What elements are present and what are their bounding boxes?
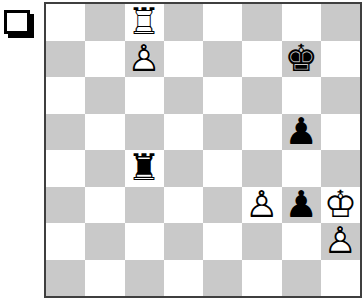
black-rook-glyph: ♜ — [128, 150, 161, 186]
square-b2[interactable] — [85, 223, 124, 260]
white-king-glyph: ♔ — [324, 187, 357, 223]
white-rook-glyph: ♖ — [128, 4, 161, 40]
square-h7[interactable] — [321, 41, 360, 78]
square-g4[interactable] — [282, 150, 321, 187]
white-to-move-icon — [4, 10, 30, 34]
black-pawn-glyph: ♟ — [285, 114, 318, 150]
square-a6[interactable] — [46, 77, 85, 114]
square-a1[interactable] — [46, 260, 85, 297]
square-f5[interactable] — [242, 114, 281, 151]
square-b7[interactable] — [85, 41, 124, 78]
square-f6[interactable] — [242, 77, 281, 114]
square-f3[interactable]: ♟♙ — [242, 187, 281, 224]
square-b8[interactable] — [85, 4, 124, 41]
square-d2[interactable] — [164, 223, 203, 260]
square-c1[interactable] — [125, 260, 164, 297]
square-d3[interactable] — [164, 187, 203, 224]
square-f8[interactable] — [242, 4, 281, 41]
square-c5[interactable] — [125, 114, 164, 151]
square-a2[interactable] — [46, 223, 85, 260]
square-d5[interactable] — [164, 114, 203, 151]
square-g5[interactable]: ♟ — [282, 114, 321, 151]
square-h6[interactable] — [321, 77, 360, 114]
white-pawn: ♟♙ — [242, 187, 281, 224]
square-h2[interactable]: ♟♙ — [321, 223, 360, 260]
square-d1[interactable] — [164, 260, 203, 297]
black-pawn-glyph: ♟ — [285, 187, 318, 223]
square-c7[interactable]: ♟♙ — [125, 41, 164, 78]
square-h1[interactable] — [321, 260, 360, 297]
square-c4[interactable]: ♜ — [125, 150, 164, 187]
white-pawn: ♟♙ — [125, 41, 164, 78]
square-d7[interactable] — [164, 41, 203, 78]
square-a5[interactable] — [46, 114, 85, 151]
black-king-glyph: ♚ — [285, 41, 318, 77]
square-b4[interactable] — [85, 150, 124, 187]
square-f7[interactable] — [242, 41, 281, 78]
square-c3[interactable] — [125, 187, 164, 224]
square-c2[interactable] — [125, 223, 164, 260]
square-h5[interactable] — [321, 114, 360, 151]
square-a7[interactable] — [46, 41, 85, 78]
square-d4[interactable] — [164, 150, 203, 187]
white-pawn: ♟♙ — [321, 223, 360, 260]
square-f1[interactable] — [242, 260, 281, 297]
square-e5[interactable] — [203, 114, 242, 151]
square-d8[interactable] — [164, 4, 203, 41]
chess-board: ♜♖♟♙♚♟♜♟♙♟♚♔♟♙ — [44, 2, 362, 298]
square-h8[interactable] — [321, 4, 360, 41]
square-c6[interactable] — [125, 77, 164, 114]
square-e6[interactable] — [203, 77, 242, 114]
square-f4[interactable] — [242, 150, 281, 187]
square-e2[interactable] — [203, 223, 242, 260]
square-g2[interactable] — [282, 223, 321, 260]
square-d6[interactable] — [164, 77, 203, 114]
square-e7[interactable] — [203, 41, 242, 78]
square-g8[interactable] — [282, 4, 321, 41]
square-b6[interactable] — [85, 77, 124, 114]
black-pawn: ♟ — [282, 187, 321, 224]
square-f2[interactable] — [242, 223, 281, 260]
square-c8[interactable]: ♜♖ — [125, 4, 164, 41]
white-pawn-glyph: ♙ — [128, 41, 161, 77]
white-pawn-glyph: ♙ — [245, 187, 278, 223]
black-king: ♚ — [282, 41, 321, 78]
square-e1[interactable] — [203, 260, 242, 297]
black-rook: ♜ — [125, 150, 164, 187]
square-e4[interactable] — [203, 150, 242, 187]
white-rook: ♜♖ — [125, 4, 164, 41]
square-e3[interactable] — [203, 187, 242, 224]
square-g7[interactable]: ♚ — [282, 41, 321, 78]
square-h4[interactable] — [321, 150, 360, 187]
square-a4[interactable] — [46, 150, 85, 187]
chess-diagram-page: ♜♖♟♙♚♟♜♟♙♟♚♔♟♙ — [0, 0, 364, 302]
square-h3[interactable]: ♚♔ — [321, 187, 360, 224]
square-b3[interactable] — [85, 187, 124, 224]
square-g1[interactable] — [282, 260, 321, 297]
black-pawn: ♟ — [282, 114, 321, 151]
square-g6[interactable] — [282, 77, 321, 114]
square-a8[interactable] — [46, 4, 85, 41]
square-b5[interactable] — [85, 114, 124, 151]
square-a3[interactable] — [46, 187, 85, 224]
white-king: ♚♔ — [321, 187, 360, 224]
square-g3[interactable]: ♟ — [282, 187, 321, 224]
square-b1[interactable] — [85, 260, 124, 297]
white-pawn-glyph: ♙ — [324, 223, 357, 259]
square-e8[interactable] — [203, 4, 242, 41]
